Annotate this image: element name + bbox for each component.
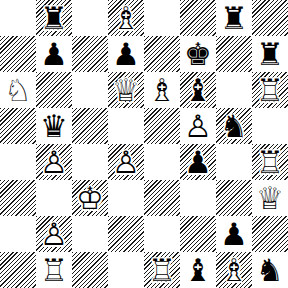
black-rook-glyph: ♜ <box>252 36 288 72</box>
piece-black-pawn-g2[interactable]: ♟ <box>216 216 252 252</box>
white-rook-outline: ♖ <box>252 72 288 108</box>
square-b6[interactable] <box>36 72 72 108</box>
white-rook-outline: ♖ <box>252 144 288 180</box>
square-g8[interactable]: ♜ <box>216 0 252 36</box>
square-c8[interactable] <box>72 0 108 36</box>
square-b5[interactable]: ♛ <box>36 108 72 144</box>
square-h7[interactable]: ♜ <box>252 36 288 72</box>
square-f5[interactable]: ♟♙ <box>180 108 216 144</box>
square-b7[interactable]: ♟ <box>36 36 72 72</box>
piece-white-rook-h4[interactable]: ♜♖ <box>252 144 288 180</box>
piece-white-rook-h6[interactable]: ♜♖ <box>252 72 288 108</box>
black-rook-glyph: ♜ <box>216 0 252 36</box>
piece-black-rook-b8[interactable]: ♜ <box>36 0 72 36</box>
square-b1[interactable]: ♜♖ <box>36 252 72 288</box>
white-bishop-outline: ♗ <box>144 72 180 108</box>
chess-board: ♜♝♗♜♟♟♚♜♞♘♛♕♝♗♝♜♖♛♟♙♞♟♙♟♙♟♜♖♚♔♛♕♟♙♟♜♖♜♖♝… <box>0 0 288 288</box>
white-queen-outline: ♕ <box>252 180 288 216</box>
square-b8[interactable]: ♜ <box>36 0 72 36</box>
square-c3[interactable]: ♚♔ <box>72 180 108 216</box>
black-queen-glyph: ♛ <box>36 108 72 144</box>
black-knight-glyph: ♞ <box>216 108 252 144</box>
square-g4[interactable] <box>216 144 252 180</box>
black-king-glyph: ♚ <box>180 36 216 72</box>
square-a7[interactable] <box>0 36 36 72</box>
piece-white-bishop-g1[interactable]: ♝♗ <box>216 252 252 288</box>
square-g3[interactable] <box>216 180 252 216</box>
piece-black-pawn-b7[interactable]: ♟ <box>36 36 72 72</box>
square-e2[interactable] <box>144 216 180 252</box>
square-f6[interactable]: ♝ <box>180 72 216 108</box>
square-g5[interactable]: ♞ <box>216 108 252 144</box>
square-c7[interactable] <box>72 36 108 72</box>
square-e1[interactable]: ♜♖ <box>144 252 180 288</box>
square-c2[interactable] <box>72 216 108 252</box>
piece-white-queen-d6[interactable]: ♛♕ <box>108 72 144 108</box>
piece-white-pawn-d4[interactable]: ♟♙ <box>108 144 144 180</box>
square-a3[interactable] <box>0 180 36 216</box>
square-a6[interactable]: ♞♘ <box>0 72 36 108</box>
square-b4[interactable]: ♟♙ <box>36 144 72 180</box>
square-d4[interactable]: ♟♙ <box>108 144 144 180</box>
square-e4[interactable] <box>144 144 180 180</box>
square-e3[interactable] <box>144 180 180 216</box>
piece-white-bishop-e6[interactable]: ♝♗ <box>144 72 180 108</box>
square-f4[interactable]: ♟ <box>180 144 216 180</box>
black-bishop-glyph: ♝ <box>180 252 216 288</box>
square-a8[interactable] <box>0 0 36 36</box>
piece-black-rook-g8[interactable]: ♜ <box>216 0 252 36</box>
piece-black-pawn-d7[interactable]: ♟ <box>108 36 144 72</box>
square-d3[interactable] <box>108 180 144 216</box>
square-h4[interactable]: ♜♖ <box>252 144 288 180</box>
square-a5[interactable] <box>0 108 36 144</box>
piece-white-pawn-b2[interactable]: ♟♙ <box>36 216 72 252</box>
square-d7[interactable]: ♟ <box>108 36 144 72</box>
square-c4[interactable] <box>72 144 108 180</box>
white-king-outline: ♔ <box>72 180 108 216</box>
square-d6[interactable]: ♛♕ <box>108 72 144 108</box>
piece-black-knight-h1[interactable]: ♞ <box>252 252 288 288</box>
piece-black-king-f7[interactable]: ♚ <box>180 36 216 72</box>
square-a2[interactable] <box>0 216 36 252</box>
piece-black-queen-b5[interactable]: ♛ <box>36 108 72 144</box>
square-g6[interactable] <box>216 72 252 108</box>
white-rook-outline: ♖ <box>144 252 180 288</box>
piece-white-knight-a6[interactable]: ♞♘ <box>0 72 36 108</box>
white-pawn-outline: ♙ <box>108 144 144 180</box>
piece-white-rook-e1[interactable]: ♜♖ <box>144 252 180 288</box>
piece-black-knight-g5[interactable]: ♞ <box>216 108 252 144</box>
square-b3[interactable] <box>36 180 72 216</box>
white-pawn-outline: ♙ <box>180 108 216 144</box>
square-h6[interactable]: ♜♖ <box>252 72 288 108</box>
piece-black-rook-h7[interactable]: ♜ <box>252 36 288 72</box>
square-f3[interactable] <box>180 180 216 216</box>
piece-white-king-c3[interactable]: ♚♔ <box>72 180 108 216</box>
square-f1[interactable]: ♝ <box>180 252 216 288</box>
square-e7[interactable] <box>144 36 180 72</box>
white-pawn-outline: ♙ <box>36 216 72 252</box>
piece-white-rook-b1[interactable]: ♜♖ <box>36 252 72 288</box>
square-e8[interactable] <box>144 0 180 36</box>
square-h1[interactable]: ♞ <box>252 252 288 288</box>
square-g1[interactable]: ♝♗ <box>216 252 252 288</box>
square-g2[interactable]: ♟ <box>216 216 252 252</box>
black-pawn-glyph: ♟ <box>216 216 252 252</box>
square-a1[interactable] <box>0 252 36 288</box>
square-e5[interactable] <box>144 108 180 144</box>
black-pawn-glyph: ♟ <box>36 36 72 72</box>
square-c6[interactable] <box>72 72 108 108</box>
piece-black-bishop-f1[interactable]: ♝ <box>180 252 216 288</box>
square-d1[interactable] <box>108 252 144 288</box>
square-h5[interactable] <box>252 108 288 144</box>
square-c1[interactable] <box>72 252 108 288</box>
black-pawn-glyph: ♟ <box>180 144 216 180</box>
black-bishop-glyph: ♝ <box>180 72 216 108</box>
square-h8[interactable] <box>252 0 288 36</box>
square-f7[interactable]: ♚ <box>180 36 216 72</box>
square-c5[interactable] <box>72 108 108 144</box>
piece-white-pawn-f5[interactable]: ♟♙ <box>180 108 216 144</box>
piece-white-bishop-d8[interactable]: ♝♗ <box>108 0 144 36</box>
square-e6[interactable]: ♝♗ <box>144 72 180 108</box>
black-knight-glyph: ♞ <box>252 252 288 288</box>
square-a4[interactable] <box>0 144 36 180</box>
square-b2[interactable]: ♟♙ <box>36 216 72 252</box>
piece-black-bishop-f6[interactable]: ♝ <box>180 72 216 108</box>
white-rook-outline: ♖ <box>36 252 72 288</box>
black-pawn-glyph: ♟ <box>108 36 144 72</box>
square-f2[interactable] <box>180 216 216 252</box>
black-rook-glyph: ♜ <box>36 0 72 36</box>
piece-black-pawn-f4[interactable]: ♟ <box>180 144 216 180</box>
white-bishop-outline: ♗ <box>108 0 144 36</box>
square-d2[interactable] <box>108 216 144 252</box>
piece-white-queen-h3[interactable]: ♛♕ <box>252 180 288 216</box>
piece-white-pawn-b4[interactable]: ♟♙ <box>36 144 72 180</box>
square-d8[interactable]: ♝♗ <box>108 0 144 36</box>
white-queen-outline: ♕ <box>108 72 144 108</box>
square-h2[interactable] <box>252 216 288 252</box>
square-f8[interactable] <box>180 0 216 36</box>
square-g7[interactable] <box>216 36 252 72</box>
square-h3[interactable]: ♛♕ <box>252 180 288 216</box>
white-bishop-outline: ♗ <box>216 252 252 288</box>
white-knight-outline: ♘ <box>0 72 36 108</box>
square-d5[interactable] <box>108 108 144 144</box>
white-pawn-outline: ♙ <box>36 144 72 180</box>
